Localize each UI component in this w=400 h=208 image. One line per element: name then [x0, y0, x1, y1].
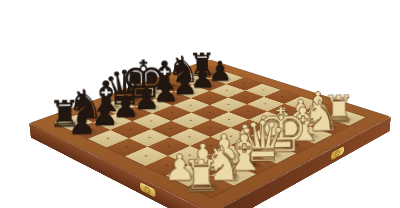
board-frame: ♜♟♟♜♞♟♟♞♝♟♟♝♚♟♟♚♛♟♟♛♝♟♟♝♞♟♟♞♜♟♟♜	[29, 59, 391, 208]
white-rook-a1[interactable]: ♜	[181, 155, 221, 199]
brass-latch-left-icon	[140, 182, 156, 198]
brass-latch-right-icon	[331, 146, 344, 161]
square-e5[interactable]	[191, 105, 229, 120]
black-pawn-a7[interactable]: ♟	[68, 107, 97, 139]
chess-set-photo: ♜♟♟♜♞♟♟♞♝♟♟♝♚♟♟♚♛♟♟♛♝♟♟♝♞♟♟♞♜♟♟♜	[0, 0, 400, 208]
chess-board: ♜♟♟♜♞♟♟♞♝♟♟♝♚♟♟♚♛♟♟♛♝♟♟♝♞♟♟♞♜♟♟♜	[29, 59, 391, 208]
board-grid: ♜♟♟♜♞♟♟♞♝♟♟♝♚♟♟♚♛♟♟♛♝♟♟♝♞♟♟♞♜♟♟♜	[54, 66, 365, 197]
